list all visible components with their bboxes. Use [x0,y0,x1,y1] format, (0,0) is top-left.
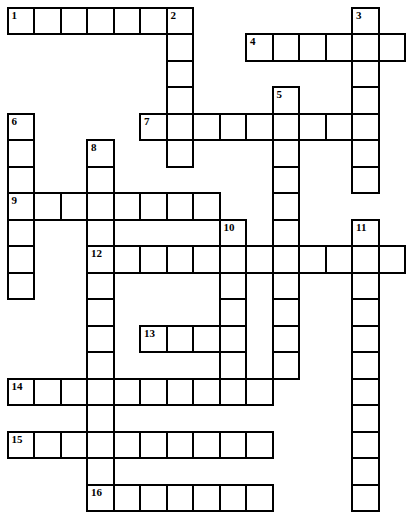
cell-r5-c0[interactable] [7,139,36,168]
cell-r14-c13[interactable] [351,378,380,407]
cell-r16-c5[interactable] [139,431,168,460]
cell-r10-c13[interactable] [351,272,380,301]
cell-r18-c7[interactable] [192,484,221,513]
cell-r12-c8[interactable] [219,325,248,354]
cell-r7-c1[interactable] [33,192,62,221]
cell-r7-c6[interactable] [166,192,195,221]
cell-r16-c13[interactable] [351,431,380,460]
cell-r9-c3[interactable]: 12 [86,245,115,274]
cell-r14-c8[interactable] [219,378,248,407]
cell-r9-c4[interactable] [113,245,142,274]
cell-r3-c6[interactable] [166,86,195,115]
cell-r7-c2[interactable] [60,192,89,221]
cell-r5-c13[interactable] [351,139,380,168]
clue-number-2: 2 [171,10,177,21]
cell-r7-c4[interactable] [113,192,142,221]
cell-r9-c12[interactable] [325,245,354,274]
cell-r12-c3[interactable] [86,325,115,354]
cell-r9-c11[interactable] [298,245,327,274]
cell-r1-c12[interactable] [325,33,354,62]
cell-r15-c3[interactable] [86,404,115,433]
cell-r13-c13[interactable] [351,351,380,380]
cell-r2-c6[interactable] [166,60,195,89]
cell-r18-c4[interactable] [113,484,142,513]
cell-r16-c0[interactable]: 15 [7,431,36,460]
clue-number-14: 14 [12,381,23,392]
clue-number-9: 9 [12,195,18,206]
cell-r18-c13[interactable] [351,484,380,513]
cell-r14-c7[interactable] [192,378,221,407]
clue-number-4: 4 [250,36,256,47]
cell-r9-c14[interactable] [378,245,407,274]
cell-r9-c5[interactable] [139,245,168,274]
clue-number-3: 3 [356,10,362,21]
cell-r14-c6[interactable] [166,378,195,407]
cell-r7-c10[interactable] [272,192,301,221]
cell-r16-c6[interactable] [166,431,195,460]
clue-number-8: 8 [91,142,97,153]
cell-r8-c3[interactable] [86,219,115,248]
cell-r11-c10[interactable] [272,298,301,327]
cell-r8-c0[interactable] [7,219,36,248]
cell-r1-c10[interactable] [272,33,301,62]
cell-r14-c2[interactable] [60,378,89,407]
cell-r1-c14[interactable] [378,33,407,62]
cell-r9-c6[interactable] [166,245,195,274]
cell-r8-c10[interactable] [272,219,301,248]
cell-r14-c5[interactable] [139,378,168,407]
cell-r4-c8[interactable] [219,113,248,142]
clue-number-13: 13 [144,328,155,339]
cell-r2-c13[interactable] [351,60,380,89]
cell-r8-c8[interactable]: 10 [219,219,248,248]
cell-r13-c10[interactable] [272,351,301,380]
cell-r16-c3[interactable] [86,431,115,460]
cell-r4-c0[interactable]: 6 [7,113,36,142]
cell-r0-c3[interactable] [86,7,115,36]
cell-r14-c1[interactable] [33,378,62,407]
cell-r15-c13[interactable] [351,404,380,433]
cell-r10-c8[interactable] [219,272,248,301]
cell-r8-c13[interactable]: 11 [351,219,380,248]
cell-r10-c0[interactable] [7,272,36,301]
cell-r1-c11[interactable] [298,33,327,62]
cell-r11-c8[interactable] [219,298,248,327]
cell-r18-c5[interactable] [139,484,168,513]
cell-r9-c10[interactable] [272,245,301,274]
cell-r9-c0[interactable] [7,245,36,274]
cell-r0-c1[interactable] [33,7,62,36]
cell-r10-c10[interactable] [272,272,301,301]
cell-r6-c3[interactable] [86,166,115,195]
cell-r5-c3[interactable]: 8 [86,139,115,168]
cell-r3-c10[interactable]: 5 [272,86,301,115]
cell-r14-c3[interactable] [86,378,115,407]
cell-r3-c13[interactable] [351,86,380,115]
cell-r4-c6[interactable] [166,113,195,142]
cell-r16-c1[interactable] [33,431,62,460]
cell-r0-c6[interactable]: 2 [166,7,195,36]
cell-r7-c3[interactable] [86,192,115,221]
cell-r0-c13[interactable]: 3 [351,7,380,36]
cell-r12-c5[interactable]: 13 [139,325,168,354]
cell-r14-c0[interactable]: 14 [7,378,36,407]
clue-number-1: 1 [12,10,18,21]
cell-r6-c13[interactable] [351,166,380,195]
clue-number-5: 5 [277,89,283,100]
cell-r11-c3[interactable] [86,298,115,327]
cell-r0-c2[interactable] [60,7,89,36]
cell-r4-c11[interactable] [298,113,327,142]
cell-r12-c10[interactable] [272,325,301,354]
cell-r6-c0[interactable] [7,166,36,195]
cell-r4-c7[interactable] [192,113,221,142]
clue-number-15: 15 [12,434,23,445]
cell-r0-c4[interactable] [113,7,142,36]
cell-r18-c8[interactable] [219,484,248,513]
cell-r9-c13[interactable] [351,245,380,274]
cell-r1-c13[interactable] [351,33,380,62]
cell-r14-c9[interactable] [245,378,274,407]
cell-r10-c3[interactable] [86,272,115,301]
cell-r6-c10[interactable] [272,166,301,195]
clue-number-11: 11 [356,222,366,233]
cell-r14-c4[interactable] [113,378,142,407]
cell-r1-c9[interactable]: 4 [245,33,274,62]
cell-r5-c6[interactable] [166,139,195,168]
cell-r18-c9[interactable] [245,484,274,513]
cell-r4-c10[interactable] [272,113,301,142]
cell-r7-c7[interactable] [192,192,221,221]
cell-r9-c7[interactable] [192,245,221,274]
cell-r16-c8[interactable] [219,431,248,460]
cell-r18-c3[interactable]: 16 [86,484,115,513]
cell-r12-c7[interactable] [192,325,221,354]
cell-r9-c8[interactable] [219,245,248,274]
clue-number-7: 7 [144,116,150,127]
cell-r4-c5[interactable]: 7 [139,113,168,142]
cell-r7-c5[interactable] [139,192,168,221]
cell-r12-c13[interactable] [351,325,380,354]
cell-r16-c9[interactable] [245,431,274,460]
cell-r12-c6[interactable] [166,325,195,354]
cell-r16-c4[interactable] [113,431,142,460]
cell-r13-c8[interactable] [219,351,248,380]
cell-r0-c0[interactable]: 1 [7,7,36,36]
clue-number-10: 10 [224,222,235,233]
cell-r4-c12[interactable] [325,113,354,142]
cell-r13-c3[interactable] [86,351,115,380]
cell-r0-c5[interactable] [139,7,168,36]
clue-number-12: 12 [91,248,102,259]
cell-r9-c9[interactable] [245,245,274,274]
cell-r16-c2[interactable] [60,431,89,460]
cell-r7-c0[interactable]: 9 [7,192,36,221]
clue-number-16: 16 [91,487,102,498]
cell-r18-c6[interactable] [166,484,195,513]
cell-r17-c13[interactable] [351,457,380,486]
cell-r5-c10[interactable] [272,139,301,168]
clue-number-6: 6 [12,116,18,127]
cell-r11-c13[interactable] [351,298,380,327]
cell-r4-c9[interactable] [245,113,274,142]
cell-r4-c13[interactable] [351,113,380,142]
cell-r17-c3[interactable] [86,457,115,486]
cell-r1-c6[interactable] [166,33,195,62]
crossword-page: 12345678910111213141516 [0,0,408,517]
cell-r16-c7[interactable] [192,431,221,460]
